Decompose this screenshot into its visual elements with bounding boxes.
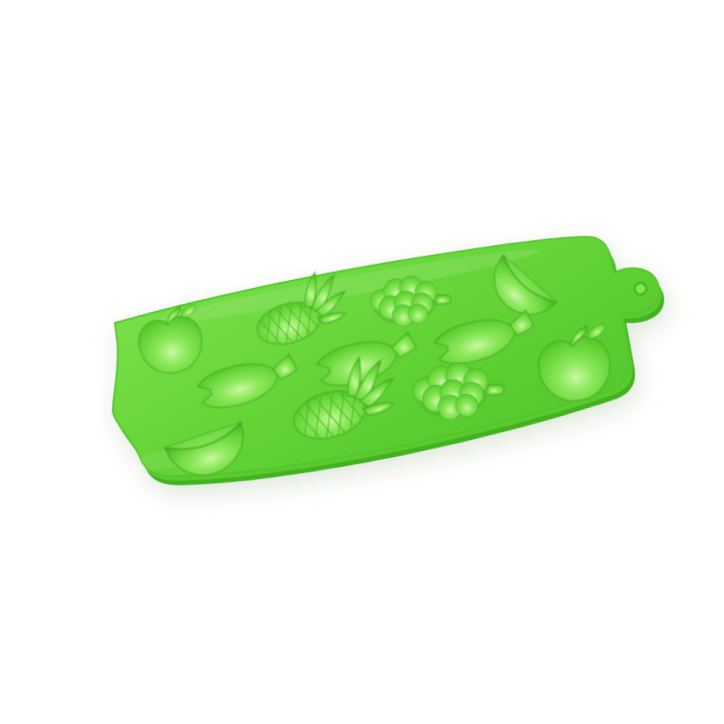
product-photo (0, 0, 724, 724)
hang-tab-hole (634, 282, 648, 296)
silicone-fruit-mold (78, 203, 707, 523)
